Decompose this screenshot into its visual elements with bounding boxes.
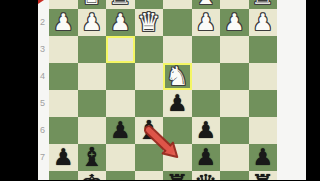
black-pawn[interactable]: ♟ (167, 90, 188, 117)
square-g4[interactable] (78, 63, 107, 90)
black-rook[interactable]: ♜ (251, 171, 274, 181)
square-b2[interactable]: ♟ (220, 9, 249, 36)
black-pawn[interactable]: ♟ (195, 117, 216, 144)
black-pawn[interactable]: ♟ (195, 144, 216, 171)
white-pawn[interactable]: ♟ (110, 9, 131, 36)
white-bishop[interactable]: ♝ (194, 0, 217, 9)
letterbox-left (0, 0, 38, 180)
square-h5[interactable] (49, 90, 78, 117)
square-a6[interactable] (249, 117, 278, 144)
rank-label-5: 5 (38, 98, 47, 109)
square-a7[interactable]: ♟ (249, 144, 278, 171)
square-a2[interactable]: ♟ (249, 9, 278, 36)
square-c5[interactable] (192, 90, 221, 117)
square-e2[interactable]: ♛ (135, 9, 164, 36)
square-g8[interactable]: ♚ (78, 171, 107, 181)
square-h4[interactable] (49, 63, 78, 90)
rank-label-7: 7 (38, 152, 47, 163)
square-h1[interactable] (49, 0, 78, 9)
board[interactable]: ♚♜♝♜♟♟♟♛♟♟♟♞♟♟♝♟♟♝♟♟♚♜♛♜ (49, 0, 277, 180)
square-f1[interactable]: ♜ (106, 0, 135, 9)
white-king[interactable]: ♚ (80, 0, 103, 9)
square-c4[interactable] (192, 63, 221, 90)
square-h2[interactable]: ♟ (49, 9, 78, 36)
black-queen[interactable]: ♛ (194, 171, 217, 181)
white-pawn[interactable]: ♟ (224, 9, 245, 36)
square-a4[interactable] (249, 63, 278, 90)
square-c2[interactable]: ♟ (192, 9, 221, 36)
rank-label-4: 4 (38, 71, 47, 82)
letterbox-right (306, 0, 320, 180)
square-e7[interactable] (135, 144, 164, 171)
rank-label-3: 3 (38, 44, 47, 55)
square-e5[interactable] (135, 90, 164, 117)
black-bishop[interactable]: ♝ (80, 144, 103, 171)
square-c8[interactable]: ♛ (192, 171, 221, 181)
square-g3[interactable] (78, 36, 107, 63)
square-c7[interactable]: ♟ (192, 144, 221, 171)
white-pawn[interactable]: ♟ (252, 9, 273, 36)
square-c6[interactable]: ♟ (192, 117, 221, 144)
square-f5[interactable] (106, 90, 135, 117)
square-h6[interactable] (49, 117, 78, 144)
rank-label-6: 6 (38, 125, 47, 136)
black-pawn[interactable]: ♟ (252, 144, 273, 171)
video-frame: 234567 ♚♜♝♜♟♟♟♛♟♟♟♞♟♟♝♟♟♝♟♟♚♜♛♜ (0, 0, 320, 180)
black-rook[interactable]: ♜ (166, 171, 189, 181)
rank-label-2: 2 (38, 17, 47, 28)
white-pawn[interactable]: ♟ (53, 9, 74, 36)
white-pawn[interactable]: ♟ (81, 9, 102, 36)
square-f4[interactable] (106, 63, 135, 90)
square-h8[interactable] (49, 171, 78, 181)
white-rook[interactable]: ♜ (109, 0, 132, 9)
square-a8[interactable]: ♜ (249, 171, 278, 181)
square-g5[interactable] (78, 90, 107, 117)
white-knight[interactable]: ♞ (166, 63, 189, 90)
square-d4[interactable]: ♞ (163, 63, 192, 90)
white-rook[interactable]: ♜ (251, 0, 274, 9)
square-h7[interactable]: ♟ (49, 144, 78, 171)
square-g2[interactable]: ♟ (78, 9, 107, 36)
square-a3[interactable] (249, 36, 278, 63)
black-king[interactable]: ♚ (80, 171, 103, 181)
square-b5[interactable] (220, 90, 249, 117)
white-queen[interactable]: ♛ (137, 9, 160, 36)
square-f3[interactable] (106, 36, 135, 63)
square-a5[interactable] (249, 90, 278, 117)
square-b7[interactable] (220, 144, 249, 171)
square-d2[interactable] (163, 9, 192, 36)
square-h3[interactable] (49, 36, 78, 63)
square-b8[interactable] (220, 171, 249, 181)
square-f7[interactable] (106, 144, 135, 171)
white-pawn[interactable]: ♟ (195, 9, 216, 36)
square-g1[interactable]: ♚ (78, 0, 107, 9)
red-annotation-sliver (38, 0, 44, 4)
square-e8[interactable] (135, 171, 164, 181)
square-d1[interactable] (163, 0, 192, 9)
square-b1[interactable] (220, 0, 249, 9)
square-b3[interactable] (220, 36, 249, 63)
black-pawn[interactable]: ♟ (110, 117, 131, 144)
square-f8[interactable] (106, 171, 135, 181)
black-bishop[interactable]: ♝ (137, 117, 160, 144)
square-d6[interactable] (163, 117, 192, 144)
square-d7[interactable] (163, 144, 192, 171)
square-f2[interactable]: ♟ (106, 9, 135, 36)
square-g6[interactable] (78, 117, 107, 144)
square-c3[interactable] (192, 36, 221, 63)
square-e6[interactable]: ♝ (135, 117, 164, 144)
board-panel: 234567 ♚♜♝♜♟♟♟♛♟♟♟♞♟♟♝♟♟♝♟♟♚♜♛♜ (38, 0, 306, 180)
square-d5[interactable]: ♟ (163, 90, 192, 117)
square-b4[interactable] (220, 63, 249, 90)
square-f6[interactable]: ♟ (106, 117, 135, 144)
square-c1[interactable]: ♝ (192, 0, 221, 9)
square-b6[interactable] (220, 117, 249, 144)
square-e3[interactable] (135, 36, 164, 63)
square-d3[interactable] (163, 36, 192, 63)
black-pawn[interactable]: ♟ (53, 144, 74, 171)
square-g7[interactable]: ♝ (78, 144, 107, 171)
square-a1[interactable]: ♜ (249, 0, 278, 9)
square-e4[interactable] (135, 63, 164, 90)
square-d8[interactable]: ♜ (163, 171, 192, 181)
